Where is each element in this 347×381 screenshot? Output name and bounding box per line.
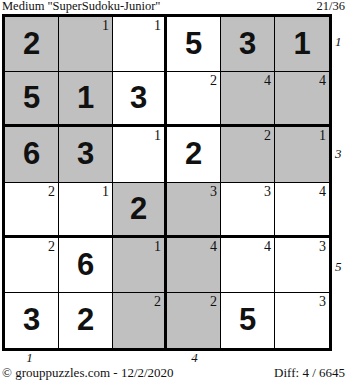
cell-r3c2[interactable]: 3 <box>59 127 113 182</box>
cell-r2c3[interactable]: 3 <box>113 72 167 127</box>
cell-r6c6[interactable]: 3 <box>275 293 329 348</box>
cell-r4c3[interactable]: 2 <box>113 183 167 238</box>
cell-r6c5[interactable]: 5 <box>221 293 275 348</box>
given-digit: 2 <box>113 183 164 235</box>
given-digit: 2 <box>5 17 58 71</box>
cell-r3c1[interactable]: 6 <box>5 127 59 182</box>
sudoku-board: 211531513244631221212334261443322253 <box>2 14 332 351</box>
given-digit: 3 <box>113 72 164 124</box>
cell-r6c2[interactable]: 2 <box>59 293 113 348</box>
pencil-mark: 4 <box>264 238 271 255</box>
pencil-mark: 1 <box>154 127 161 144</box>
cell-r1c4[interactable]: 5 <box>167 17 221 72</box>
copyright-text: © grouppuzzles.com - 12/2/2020 <box>2 365 174 380</box>
clue-counter: 21/36 <box>317 0 345 13</box>
given-digit: 6 <box>59 238 112 292</box>
cell-r3c5[interactable]: 2 <box>221 127 275 182</box>
cell-r6c1[interactable]: 3 <box>5 293 59 348</box>
pencil-mark: 1 <box>154 238 161 255</box>
col-label-4: 4 <box>185 351 205 365</box>
col-label-1: 1 <box>20 351 40 365</box>
cell-r5c6[interactable]: 3 <box>275 238 329 293</box>
given-digit: 3 <box>5 293 58 348</box>
given-digit: 2 <box>167 127 220 181</box>
cell-r2c5[interactable]: 4 <box>221 72 275 127</box>
given-digit: 3 <box>59 127 112 181</box>
cell-r4c5[interactable]: 3 <box>221 183 275 238</box>
pencil-mark: 2 <box>210 72 217 89</box>
cell-r1c1[interactable]: 2 <box>5 17 59 72</box>
cell-r4c2[interactable]: 1 <box>59 183 113 238</box>
pencil-mark: 4 <box>319 183 326 200</box>
cell-r3c3[interactable]: 1 <box>113 127 167 182</box>
cell-r5c2[interactable]: 6 <box>59 238 113 293</box>
cell-r1c6[interactable]: 1 <box>275 17 329 72</box>
row-label-1: 1 <box>335 32 347 52</box>
given-digit: 6 <box>5 127 58 181</box>
cell-r1c3[interactable]: 1 <box>113 17 167 72</box>
cell-r5c3[interactable]: 1 <box>113 238 167 293</box>
pencil-mark: 3 <box>210 183 217 200</box>
pencil-mark: 3 <box>319 238 326 255</box>
pencil-mark: 1 <box>319 127 326 144</box>
pencil-mark: 2 <box>154 293 161 310</box>
pencil-mark: 1 <box>102 183 109 200</box>
header: Medium "SuperSudoku-Junior" 21/36 <box>2 0 345 13</box>
cell-r3c4[interactable]: 2 <box>167 127 221 182</box>
given-digit: 5 <box>221 293 274 348</box>
pencil-mark: 2 <box>210 293 217 310</box>
given-digit: 1 <box>275 17 329 71</box>
cell-r4c1[interactable]: 2 <box>5 183 59 238</box>
pencil-mark: 1 <box>154 17 161 34</box>
puzzle-title: Medium "SuperSudoku-Junior" <box>2 0 160 13</box>
pencil-mark: 2 <box>48 238 55 255</box>
pencil-mark: 1 <box>102 17 109 34</box>
cell-r5c4[interactable]: 4 <box>167 238 221 293</box>
cell-r2c4[interactable]: 2 <box>167 72 221 127</box>
pencil-mark: 3 <box>319 293 326 310</box>
given-digit: 2 <box>59 293 112 348</box>
row-label-3: 3 <box>335 144 347 164</box>
pencil-mark: 4 <box>210 238 217 255</box>
cell-r2c2[interactable]: 1 <box>59 72 113 127</box>
pencil-mark: 3 <box>264 183 271 200</box>
row-label-5: 5 <box>335 257 347 277</box>
cell-r5c5[interactable]: 4 <box>221 238 275 293</box>
cell-r4c4[interactable]: 3 <box>167 183 221 238</box>
pencil-mark: 4 <box>264 72 271 89</box>
pencil-mark: 2 <box>264 127 271 144</box>
difficulty-text: Diff: 4 / 6645 <box>274 365 345 380</box>
given-digit: 3 <box>221 17 274 71</box>
given-digit: 5 <box>5 72 58 124</box>
cell-r4c6[interactable]: 4 <box>275 183 329 238</box>
cell-r1c2[interactable]: 1 <box>59 17 113 72</box>
cell-r5c1[interactable]: 2 <box>5 238 59 293</box>
pencil-mark: 4 <box>319 72 326 89</box>
cell-r1c5[interactable]: 3 <box>221 17 275 72</box>
cell-r3c6[interactable]: 1 <box>275 127 329 182</box>
given-digit: 1 <box>59 72 112 124</box>
cell-r6c3[interactable]: 2 <box>113 293 167 348</box>
puzzle-page: Medium "SuperSudoku-Junior" 21/36 211531… <box>0 0 347 381</box>
pencil-mark: 2 <box>48 183 55 200</box>
cell-r6c4[interactable]: 2 <box>167 293 221 348</box>
given-digit: 5 <box>167 17 220 71</box>
cell-r2c6[interactable]: 4 <box>275 72 329 127</box>
footer: © grouppuzzles.com - 12/2/2020 Diff: 4 /… <box>2 365 345 380</box>
cell-r2c1[interactable]: 5 <box>5 72 59 127</box>
